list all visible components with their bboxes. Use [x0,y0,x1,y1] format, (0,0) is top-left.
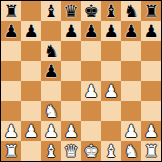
black-king[interactable]: ♚ [83,1,98,21]
white-king[interactable]: ♚ [83,141,98,161]
square-g7[interactable]: ♟ [121,21,141,41]
square-b8[interactable] [21,1,41,21]
chessboard: ♜♝♛♚♝♞♜♟♟♟♟♟♟♟♞♟♟♟♞♟♟♟♟♟♟♜♝♛♚♝♞♜ [0,0,162,162]
black-pawn[interactable]: ♟ [43,61,58,81]
black-rook[interactable]: ♜ [3,1,18,21]
white-pawn[interactable]: ♟ [143,121,158,141]
square-a1[interactable]: ♜ [1,141,21,161]
square-h2[interactable]: ♟ [141,121,161,141]
white-pawn[interactable]: ♟ [23,121,38,141]
square-g5[interactable] [121,61,141,81]
square-a8[interactable]: ♜ [1,1,21,21]
square-g4[interactable] [121,81,141,101]
white-knight[interactable]: ♞ [123,141,138,161]
black-bishop[interactable]: ♝ [103,1,118,21]
square-d6[interactable] [61,41,81,61]
square-b1[interactable] [21,141,41,161]
square-a4[interactable] [1,81,21,101]
white-rook[interactable]: ♜ [3,141,18,161]
square-h8[interactable]: ♜ [141,1,161,21]
white-knight[interactable]: ♞ [43,101,58,121]
square-c4[interactable] [41,81,61,101]
square-f5[interactable] [101,61,121,81]
square-c1[interactable]: ♝ [41,141,61,161]
white-pawn[interactable]: ♟ [103,81,118,101]
square-d7[interactable]: ♟ [61,21,81,41]
square-e5[interactable] [81,61,101,81]
square-g2[interactable]: ♟ [121,121,141,141]
square-b5[interactable] [21,61,41,81]
square-f6[interactable] [101,41,121,61]
square-f1[interactable]: ♝ [101,141,121,161]
square-e7[interactable]: ♟ [81,21,101,41]
square-h3[interactable] [141,101,161,121]
square-h4[interactable] [141,81,161,101]
white-bishop[interactable]: ♝ [43,141,58,161]
black-pawn[interactable]: ♟ [23,21,38,41]
square-d2[interactable]: ♟ [61,121,81,141]
square-c2[interactable]: ♟ [41,121,61,141]
square-f2[interactable] [101,121,121,141]
white-rook[interactable]: ♜ [143,141,158,161]
square-b6[interactable] [21,41,41,61]
square-a5[interactable] [1,61,21,81]
square-d8[interactable]: ♛ [61,1,81,21]
white-pawn[interactable]: ♟ [43,121,58,141]
square-h1[interactable]: ♜ [141,141,161,161]
square-h6[interactable] [141,41,161,61]
square-c3[interactable]: ♞ [41,101,61,121]
white-bishop[interactable]: ♝ [103,141,118,161]
square-c7[interactable] [41,21,61,41]
black-knight[interactable]: ♞ [43,41,58,61]
square-d3[interactable] [61,101,81,121]
square-a7[interactable]: ♟ [1,21,21,41]
white-pawn[interactable]: ♟ [63,121,78,141]
white-pawn[interactable]: ♟ [3,121,18,141]
black-pawn[interactable]: ♟ [103,21,118,41]
square-f8[interactable]: ♝ [101,1,121,21]
square-b7[interactable]: ♟ [21,21,41,41]
black-rook[interactable]: ♜ [143,1,158,21]
square-h5[interactable] [141,61,161,81]
square-e4[interactable]: ♟ [81,81,101,101]
square-f3[interactable] [101,101,121,121]
square-a2[interactable]: ♟ [1,121,21,141]
square-c5[interactable]: ♟ [41,61,61,81]
black-pawn[interactable]: ♟ [63,21,78,41]
square-c6[interactable]: ♞ [41,41,61,61]
white-pawn[interactable]: ♟ [123,121,138,141]
square-e3[interactable] [81,101,101,121]
square-f7[interactable]: ♟ [101,21,121,41]
square-c8[interactable]: ♝ [41,1,61,21]
square-g8[interactable]: ♞ [121,1,141,21]
square-b3[interactable] [21,101,41,121]
square-e2[interactable] [81,121,101,141]
black-pawn[interactable]: ♟ [123,21,138,41]
square-g3[interactable] [121,101,141,121]
square-d4[interactable] [61,81,81,101]
square-a3[interactable] [1,101,21,121]
black-bishop[interactable]: ♝ [43,1,58,21]
black-pawn[interactable]: ♟ [3,21,18,41]
square-g1[interactable]: ♞ [121,141,141,161]
square-e6[interactable] [81,41,101,61]
square-a6[interactable] [1,41,21,61]
black-pawn[interactable]: ♟ [83,21,98,41]
white-pawn[interactable]: ♟ [83,81,98,101]
square-b4[interactable] [21,81,41,101]
black-knight[interactable]: ♞ [123,1,138,21]
square-d1[interactable]: ♛ [61,141,81,161]
square-e8[interactable]: ♚ [81,1,101,21]
white-queen[interactable]: ♛ [63,141,78,161]
square-d5[interactable] [61,61,81,81]
square-b2[interactable]: ♟ [21,121,41,141]
chessboard-stage: ♜♝♛♚♝♞♜♟♟♟♟♟♟♟♞♟♟♟♞♟♟♟♟♟♟♜♝♛♚♝♞♜ [0,0,162,162]
square-e1[interactable]: ♚ [81,141,101,161]
square-g6[interactable] [121,41,141,61]
black-queen[interactable]: ♛ [63,1,78,21]
square-f4[interactable]: ♟ [101,81,121,101]
black-pawn[interactable]: ♟ [143,21,158,41]
square-h7[interactable]: ♟ [141,21,161,41]
